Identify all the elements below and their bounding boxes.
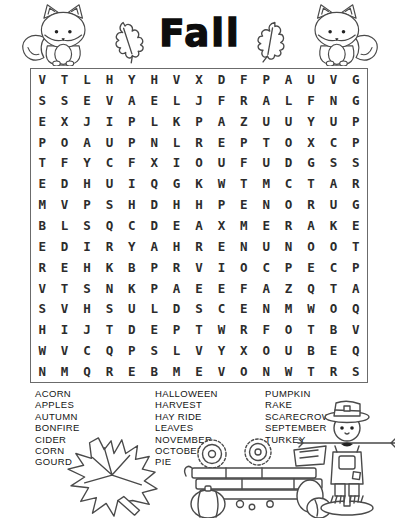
grid-cell[interactable]: X xyxy=(143,152,165,173)
grid-cell[interactable]: C xyxy=(255,257,277,278)
grid-cell[interactable]: W xyxy=(277,361,299,382)
grid-cell[interactable]: S xyxy=(31,299,53,320)
grid-cell[interactable]: W xyxy=(300,299,322,320)
grid-cell[interactable]: R xyxy=(165,257,187,278)
grid-cell[interactable]: E xyxy=(322,340,344,361)
grid-cell[interactable]: A xyxy=(165,278,187,299)
grid-cell[interactable]: P xyxy=(345,257,367,278)
grid-cell[interactable]: R xyxy=(300,194,322,215)
grid-cell[interactable]: U xyxy=(322,111,344,132)
grid-cell[interactable]: U xyxy=(255,152,277,173)
grid-cell[interactable]: T xyxy=(300,319,322,340)
grid-cell[interactable]: A xyxy=(188,215,210,236)
grid-cell[interactable]: K xyxy=(188,173,210,194)
grid-cell[interactable]: V xyxy=(53,299,75,320)
word-list-item: AUTUMN xyxy=(35,411,80,422)
grid-cell[interactable]: B xyxy=(322,319,344,340)
grid-cell[interactable]: P xyxy=(121,132,143,153)
grid-cell[interactable]: P xyxy=(31,132,53,153)
grid-cell[interactable]: E xyxy=(210,278,232,299)
grid-cell[interactable]: G xyxy=(345,194,367,215)
grid-cell[interactable]: G xyxy=(345,90,367,111)
grid-cell[interactable]: E xyxy=(233,194,255,215)
grid-cell[interactable]: R xyxy=(188,236,210,257)
grid-cell[interactable]: O xyxy=(277,319,299,340)
grid-cell[interactable]: M xyxy=(165,361,187,382)
grid-cell[interactable]: A xyxy=(277,69,299,90)
grid-cell[interactable]: J xyxy=(76,319,98,340)
grid-cell[interactable]: E xyxy=(233,299,255,320)
grid-cell[interactable]: Z xyxy=(277,278,299,299)
grid-cell[interactable]: Q xyxy=(143,173,165,194)
grid-cell[interactable]: X xyxy=(233,340,255,361)
grid-cell[interactable]: X xyxy=(53,111,75,132)
grid-cell[interactable]: E xyxy=(188,361,210,382)
grid-cell[interactable]: U xyxy=(277,340,299,361)
grid-cell[interactable]: N xyxy=(233,236,255,257)
grid-cell[interactable]: D xyxy=(143,215,165,236)
grid-cell[interactable]: A xyxy=(121,90,143,111)
grid-cell[interactable]: V xyxy=(322,69,344,90)
grid-cell[interactable]: H xyxy=(76,257,98,278)
grid-cell[interactable]: P xyxy=(143,257,165,278)
grid-cell[interactable]: V xyxy=(188,340,210,361)
grid-cell[interactable]: P xyxy=(345,132,367,153)
grid-cell[interactable]: O xyxy=(300,236,322,257)
grid-cell[interactable]: I xyxy=(210,257,232,278)
grid-cell[interactable]: U xyxy=(210,152,232,173)
grid-cell[interactable]: M xyxy=(277,299,299,320)
grid-cell[interactable]: K xyxy=(322,215,344,236)
grid-cell[interactable]: M xyxy=(233,215,255,236)
grid-cell[interactable]: L xyxy=(277,90,299,111)
grid-cell[interactable]: M xyxy=(255,173,277,194)
grid-cell[interactable]: N xyxy=(255,194,277,215)
grid-cell[interactable]: V xyxy=(31,69,53,90)
grid-cell[interactable]: Q xyxy=(345,299,367,320)
grid-cell[interactable]: T xyxy=(98,319,120,340)
grid-cell[interactable]: S xyxy=(76,278,98,299)
grid-cell[interactable]: U xyxy=(98,132,120,153)
grid-cell[interactable]: L xyxy=(143,299,165,320)
grid-cell[interactable]: W xyxy=(31,340,53,361)
grid-cell[interactable]: K xyxy=(121,278,143,299)
grid-cell[interactable]: E xyxy=(255,215,277,236)
grid-cell[interactable]: Y xyxy=(210,340,232,361)
grid-cell[interactable]: Q xyxy=(98,340,120,361)
fox-icon xyxy=(14,4,104,66)
grid-cell[interactable]: H xyxy=(165,236,187,257)
grid-cell[interactable]: C xyxy=(76,340,98,361)
grid-cell[interactable]: O xyxy=(233,361,255,382)
grid-cell[interactable]: O xyxy=(53,132,75,153)
grid-cell[interactable]: E xyxy=(188,278,210,299)
grid-cell[interactable]: A xyxy=(345,278,367,299)
grid-cell[interactable]: V xyxy=(165,69,187,90)
grid-cell[interactable]: U xyxy=(121,299,143,320)
grid-cell[interactable]: C xyxy=(121,215,143,236)
grid-cell[interactable]: V xyxy=(345,319,367,340)
grid-cell[interactable]: Y xyxy=(300,111,322,132)
grid-cell[interactable]: V xyxy=(210,361,232,382)
grid-cell[interactable]: G xyxy=(300,152,322,173)
grid-cell[interactable]: N xyxy=(255,361,277,382)
grid-cell[interactable]: V xyxy=(188,257,210,278)
grid-cell[interactable]: Z xyxy=(233,111,255,132)
grid-cell[interactable]: P xyxy=(121,340,143,361)
grid-cell[interactable]: H xyxy=(98,69,120,90)
grid-cell[interactable]: H xyxy=(165,194,187,215)
grid-cell[interactable]: V xyxy=(53,194,75,215)
grid-cell[interactable]: I xyxy=(98,111,120,132)
grid-cell[interactable]: P xyxy=(255,69,277,90)
grid-cell[interactable]: S xyxy=(53,90,75,111)
grid-cell[interactable]: H xyxy=(31,319,53,340)
grid-cell[interactable]: P xyxy=(277,257,299,278)
grid-cell[interactable]: T xyxy=(255,132,277,153)
maple-leaf-icon xyxy=(58,432,170,518)
grid-cell[interactable]: H xyxy=(76,173,98,194)
grid-cell[interactable]: L xyxy=(143,111,165,132)
grid-cell[interactable]: T xyxy=(300,361,322,382)
grid-cell[interactable]: N xyxy=(322,90,344,111)
grid-cell[interactable]: N xyxy=(98,278,120,299)
grid-cell[interactable]: A xyxy=(322,173,344,194)
grid-cell[interactable]: F xyxy=(121,152,143,173)
grid-cell[interactable]: R xyxy=(233,90,255,111)
grid-cell[interactable]: C xyxy=(210,299,232,320)
grid-cell[interactable]: P xyxy=(143,278,165,299)
grid-cell[interactable]: E xyxy=(31,173,53,194)
grid-cell[interactable]: R xyxy=(188,132,210,153)
grid-cell[interactable]: E xyxy=(345,215,367,236)
grid-cell[interactable]: Y xyxy=(76,152,98,173)
grid-cell[interactable]: H xyxy=(76,299,98,320)
grid-cell[interactable]: S xyxy=(188,299,210,320)
grid-cell[interactable]: F xyxy=(300,90,322,111)
grid-cell[interactable]: B xyxy=(121,257,143,278)
grid-cell[interactable]: G xyxy=(345,69,367,90)
grid-cell[interactable]: X xyxy=(210,215,232,236)
grid-cell[interactable]: A xyxy=(255,278,277,299)
grid-cell[interactable]: G xyxy=(165,173,187,194)
grid-cell[interactable]: L xyxy=(165,340,187,361)
grid-cell[interactable]: T xyxy=(188,319,210,340)
grid-cell[interactable]: S xyxy=(345,361,367,382)
grid-cell[interactable]: D xyxy=(121,319,143,340)
grid-cell[interactable]: F xyxy=(233,278,255,299)
word-list-item: HALLOWEEN xyxy=(155,388,218,399)
grid-cell[interactable]: W xyxy=(210,173,232,194)
grid-cell[interactable]: A xyxy=(210,111,232,132)
grid-cell[interactable]: Q xyxy=(345,340,367,361)
grid-cell[interactable]: B xyxy=(31,215,53,236)
grid-cell[interactable]: P xyxy=(210,194,232,215)
word-search-grid: VTLHYHVXDFPAUVGSSEVAELJFRALFNGEXJIPLKPAZ… xyxy=(30,68,368,383)
grid-cell[interactable]: T xyxy=(31,152,53,173)
grid-cell[interactable]: J xyxy=(188,90,210,111)
grid-cell[interactable]: E xyxy=(165,215,187,236)
grid-cell[interactable]: L xyxy=(165,90,187,111)
grid-cell[interactable]: U xyxy=(277,111,299,132)
grid-cell[interactable]: A xyxy=(76,132,98,153)
grid-cell[interactable]: E xyxy=(210,236,232,257)
grid-cell[interactable]: S xyxy=(98,299,120,320)
grid-cell[interactable]: O xyxy=(277,194,299,215)
grid-cell[interactable]: L xyxy=(165,132,187,153)
grid-cell[interactable]: P xyxy=(121,111,143,132)
grid-cell[interactable]: L xyxy=(53,215,75,236)
grid-cell[interactable]: H xyxy=(188,194,210,215)
grid-cell[interactable]: F xyxy=(255,319,277,340)
grid-cell[interactable]: F xyxy=(53,152,75,173)
word-list-item: ACORN xyxy=(35,388,80,399)
grid-cell[interactable]: U xyxy=(255,111,277,132)
grid-cell[interactable]: E xyxy=(210,132,232,153)
grid-cell[interactable]: S xyxy=(98,194,120,215)
grid-cell[interactable]: D xyxy=(53,173,75,194)
grid-cell[interactable]: N xyxy=(255,299,277,320)
grid-cell[interactable]: U xyxy=(300,69,322,90)
grid-cell[interactable]: N xyxy=(143,132,165,153)
word-list-item: HARVEST xyxy=(155,399,218,410)
grid-cell[interactable]: U xyxy=(322,194,344,215)
grid-cell[interactable]: E xyxy=(53,257,75,278)
grid-cell[interactable]: H xyxy=(143,69,165,90)
grid-cell[interactable]: C xyxy=(98,152,120,173)
grid-cell[interactable]: E xyxy=(31,236,53,257)
grid-cell[interactable]: T xyxy=(233,173,255,194)
grid-cell[interactable]: R xyxy=(345,173,367,194)
grid-cell[interactable]: A xyxy=(255,90,277,111)
grid-cell[interactable]: V xyxy=(98,90,120,111)
grid-cell[interactable]: U xyxy=(98,173,120,194)
grid-cell[interactable]: F xyxy=(233,69,255,90)
grid-cell[interactable]: E xyxy=(143,90,165,111)
grid-cell[interactable]: T xyxy=(53,278,75,299)
grid-cell[interactable]: O xyxy=(233,257,255,278)
grid-cell[interactable]: R xyxy=(277,215,299,236)
grid-cell[interactable]: M xyxy=(31,194,53,215)
grid-cell[interactable]: D xyxy=(53,236,75,257)
grid-cell[interactable]: R xyxy=(233,319,255,340)
grid-cell[interactable]: T xyxy=(53,69,75,90)
grid-cell[interactable]: S xyxy=(322,152,344,173)
grid-cell[interactable]: V xyxy=(53,340,75,361)
grid-cell[interactable]: T xyxy=(322,278,344,299)
word-list-item: HAY RIDE xyxy=(155,411,218,422)
grid-cell[interactable]: S xyxy=(143,340,165,361)
grid-cell[interactable]: R xyxy=(98,361,120,382)
grid-cell[interactable]: A xyxy=(143,236,165,257)
grid-cell[interactable]: D xyxy=(143,194,165,215)
grid-cell[interactable]: O xyxy=(322,236,344,257)
grid-cell[interactable]: S xyxy=(345,152,367,173)
grid-cell[interactable]: F xyxy=(210,90,232,111)
grid-cell[interactable]: D xyxy=(277,152,299,173)
grid-cell[interactable]: W xyxy=(210,319,232,340)
grid-cell[interactable]: B xyxy=(143,361,165,382)
grid-cell[interactable]: P xyxy=(345,111,367,132)
grid-cell[interactable]: X xyxy=(188,69,210,90)
word-list-item: PUMPKIN xyxy=(265,388,331,399)
grid-cell[interactable]: C xyxy=(277,173,299,194)
grid-cell[interactable]: K xyxy=(98,257,120,278)
grid-cell[interactable]: P xyxy=(233,132,255,153)
grid-cell[interactable]: C xyxy=(322,257,344,278)
grid-cell[interactable]: J xyxy=(76,111,98,132)
grid-cell[interactable]: R xyxy=(322,361,344,382)
grid-cell[interactable]: O xyxy=(277,132,299,153)
grid-cell[interactable]: E xyxy=(121,361,143,382)
grid-cell[interactable]: O xyxy=(188,152,210,173)
grid-cell[interactable]: P xyxy=(165,319,187,340)
grid-cell[interactable]: B xyxy=(300,340,322,361)
grid-cell[interactable]: E xyxy=(31,111,53,132)
grid-cell[interactable]: O xyxy=(255,340,277,361)
grid-cell[interactable]: Q xyxy=(76,361,98,382)
grid-cell[interactable]: D xyxy=(210,69,232,90)
grid-cell[interactable]: H xyxy=(121,194,143,215)
grid-cell[interactable]: E xyxy=(143,319,165,340)
grid-cell[interactable]: E xyxy=(76,90,98,111)
grid-cell[interactable]: Y xyxy=(121,69,143,90)
grid-cell[interactable]: L xyxy=(76,69,98,90)
grid-cell[interactable]: I xyxy=(76,236,98,257)
grid-cell[interactable]: I xyxy=(165,152,187,173)
grid-cell[interactable]: R xyxy=(98,236,120,257)
grid-cell[interactable]: N xyxy=(31,361,53,382)
grid-cell[interactable]: R xyxy=(31,257,53,278)
grid-cell[interactable]: Y xyxy=(121,236,143,257)
grid-cell[interactable]: U xyxy=(255,236,277,257)
grid-cell[interactable]: X xyxy=(300,132,322,153)
grid-cell[interactable]: A xyxy=(300,215,322,236)
grid-cell[interactable]: M xyxy=(53,361,75,382)
scarecrow-icon xyxy=(295,400,395,518)
grid-cell[interactable]: S xyxy=(76,215,98,236)
word-list-item: APPLES xyxy=(35,399,80,410)
grid-cell[interactable]: N xyxy=(277,236,299,257)
grid-cell[interactable]: I xyxy=(121,173,143,194)
grid-cell[interactable]: E xyxy=(300,257,322,278)
grid-cell[interactable]: Q xyxy=(300,278,322,299)
grid-cell[interactable]: Q xyxy=(98,215,120,236)
grid-cell[interactable]: P xyxy=(76,194,98,215)
grid-cell[interactable]: S xyxy=(31,90,53,111)
grid-cell[interactable]: T xyxy=(345,236,367,257)
grid-cell[interactable]: I xyxy=(53,319,75,340)
grid-cell[interactable]: C xyxy=(322,132,344,153)
grid-cell[interactable]: P xyxy=(188,111,210,132)
grid-cell[interactable]: K xyxy=(165,111,187,132)
fox-icon xyxy=(296,4,386,66)
grid-cell[interactable]: T xyxy=(300,173,322,194)
grid-cell[interactable]: D xyxy=(165,299,187,320)
grid-cell[interactable]: F xyxy=(233,152,255,173)
grid-cell[interactable]: V xyxy=(31,278,53,299)
grid-cell[interactable]: O xyxy=(322,299,344,320)
